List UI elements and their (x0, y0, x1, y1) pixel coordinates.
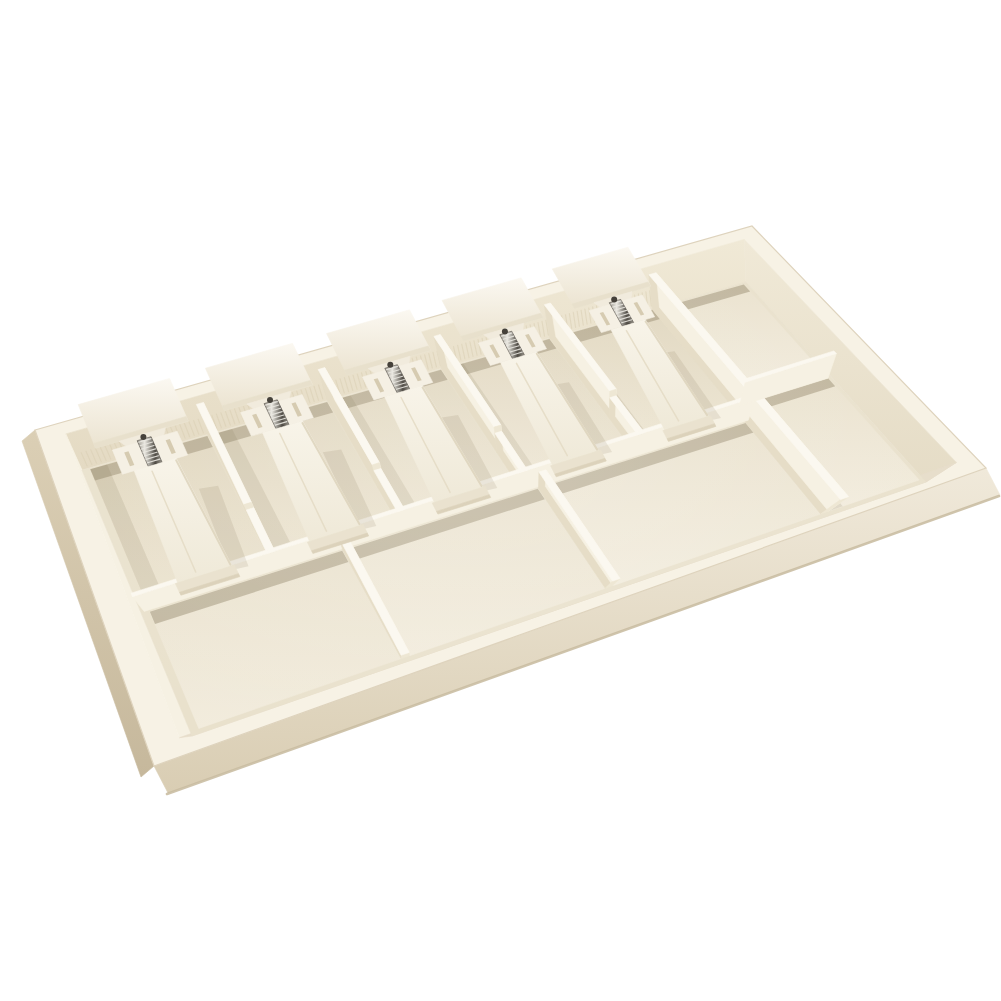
spring-pin-top (502, 328, 508, 334)
spring-pin-top (267, 397, 273, 403)
spring-pin-top (387, 362, 393, 368)
spring-pin-top (140, 434, 146, 440)
cash-tray-illustration (0, 0, 1001, 1001)
spring-pin-top (611, 297, 617, 303)
product-photo-cash-tray (0, 0, 1001, 1001)
